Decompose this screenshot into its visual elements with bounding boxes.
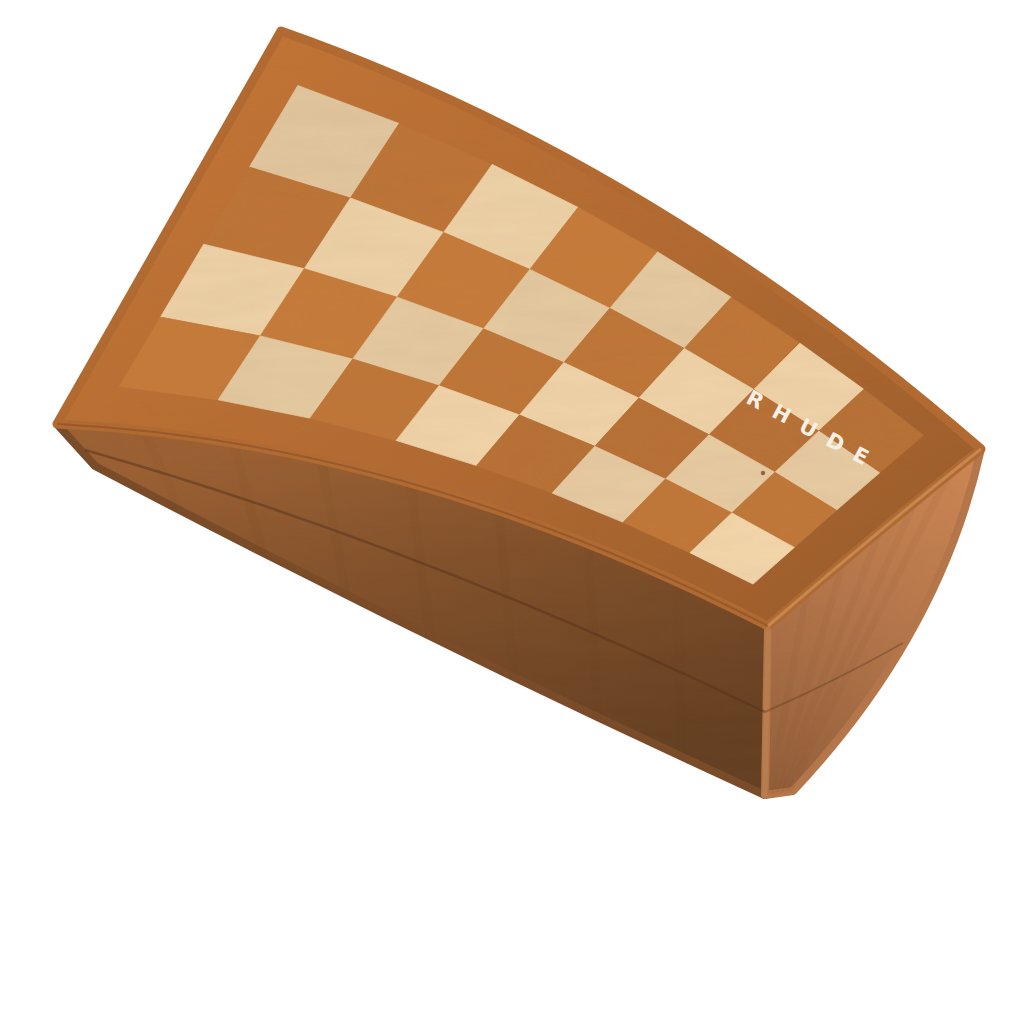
product-photo: RHUDE <box>0 0 1024 1024</box>
chess-box-photo: RHUDE <box>0 0 1024 1024</box>
wood-texture-overlay <box>0 0 1024 1024</box>
